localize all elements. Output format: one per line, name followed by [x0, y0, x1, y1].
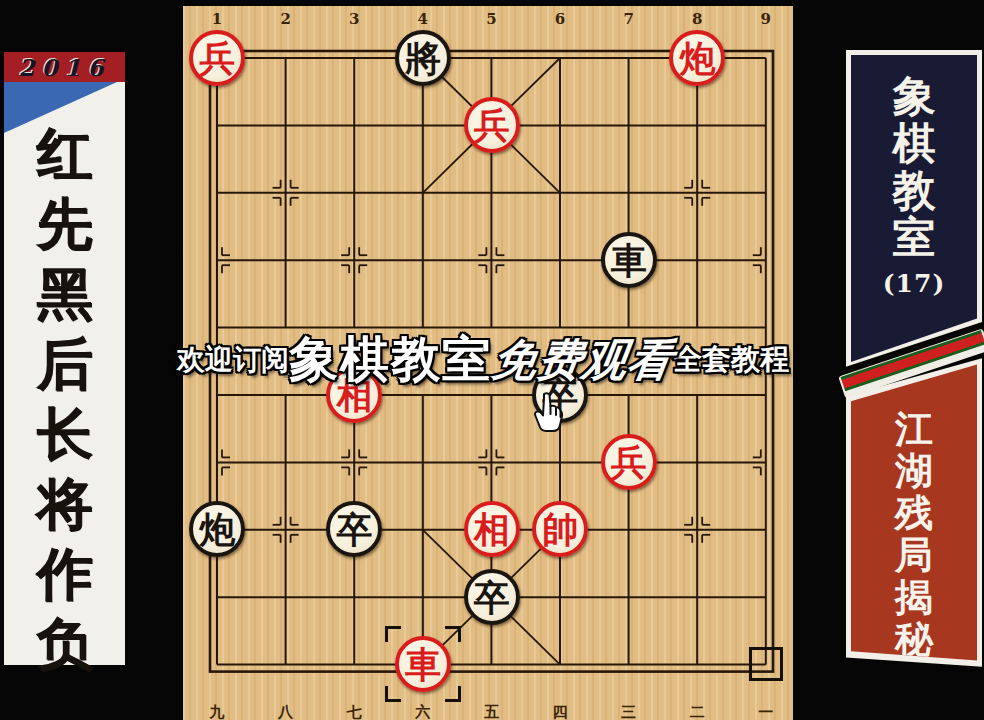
banner-char: 负: [37, 610, 93, 680]
subtitle-part1: 欢迎订阅: [177, 341, 289, 379]
banner-char: 长: [37, 400, 93, 470]
last-move-corner: [385, 626, 401, 642]
piece-red-soldier[interactable]: 兵: [189, 30, 245, 86]
episode-number: (17): [883, 269, 945, 298]
banner-char: 将: [37, 470, 93, 540]
banner-char: 江: [895, 408, 933, 450]
banner-char: 象: [893, 73, 936, 120]
banner-char: 湖: [895, 450, 933, 492]
left-banner-slogan: 红先黑后长将作负: [4, 120, 125, 680]
piece-black-general[interactable]: 將: [395, 30, 451, 86]
video-frame: { "game": "xiangqi (Chinese chess)", "po…: [0, 0, 984, 720]
last-move-corner: [385, 686, 401, 702]
piece-red-soldier[interactable]: 兵: [464, 97, 520, 153]
piece-black-soldier[interactable]: 卒: [326, 501, 382, 557]
subtitle-part2: 象棋教室: [289, 327, 493, 393]
banner-char: 棋: [893, 120, 936, 167]
last-move-corner: [445, 686, 461, 702]
right-banner-bottom: 江湖残局揭秘: [846, 355, 982, 670]
banner-char: 教: [893, 167, 936, 214]
banner-char: 黑: [37, 260, 93, 330]
banner-char: 室: [893, 214, 936, 261]
banner-char: 局: [895, 534, 933, 576]
year-band: 2016: [4, 52, 125, 82]
banner-char: 作: [37, 540, 93, 610]
piece-red-chariot[interactable]: 車: [395, 636, 451, 692]
banner-char: 秘: [895, 618, 933, 660]
banner-char: 红: [37, 120, 93, 190]
last-move-corner: [445, 626, 461, 642]
piece-red-soldier[interactable]: 兵: [601, 434, 657, 490]
subtitle-part4: 全套教程: [673, 340, 789, 380]
piece-black-cannon[interactable]: 炮: [189, 501, 245, 557]
file-label-bottom-五: 五: [478, 703, 504, 720]
hand-pointer-cursor: [531, 391, 565, 435]
right-banner-top-inner: 象棋教室(17): [851, 55, 977, 365]
file-label-bottom-二: 二: [684, 703, 710, 720]
piece-black-soldier[interactable]: 卒: [464, 569, 520, 625]
left-banner: 红先黑后长将作负 2016: [4, 52, 125, 665]
episode-subtitle-vertical: 江湖残局揭秘: [851, 408, 977, 660]
left-banner-panel: 红先黑后长将作负: [4, 82, 125, 665]
right-banner-bottom-inner: 江湖残局揭秘: [851, 360, 977, 665]
empty-square-marker: [749, 647, 783, 681]
file-label-bottom-一: 一: [753, 703, 779, 720]
right-banner-top: 象棋教室(17): [846, 50, 982, 370]
file-label-bottom-八: 八: [273, 703, 299, 720]
file-label-bottom-七: 七: [341, 703, 367, 720]
file-label-bottom-四: 四: [547, 703, 573, 720]
piece-black-chariot[interactable]: 車: [601, 232, 657, 288]
banner-char: 后: [37, 330, 93, 400]
subtitle-part3: 免费观看: [489, 331, 677, 390]
piece-red-cannon[interactable]: 炮: [669, 30, 725, 86]
banner-char: 残: [895, 492, 933, 534]
banner-char: 先: [37, 190, 93, 260]
year-label: 2016: [18, 54, 110, 81]
piece-red-general[interactable]: 帥: [532, 501, 588, 557]
file-label-bottom-六: 六: [410, 703, 436, 720]
subtitle-overlay: 欢迎订阅 象棋教室 免费观看 全套教程: [177, 332, 817, 388]
series-title-vertical: 象棋教室(17): [851, 73, 977, 298]
file-label-bottom-九: 九: [204, 703, 230, 720]
banner-char: 揭: [895, 576, 933, 618]
piece-red-elephant[interactable]: 相: [464, 501, 520, 557]
file-label-bottom-三: 三: [616, 703, 642, 720]
